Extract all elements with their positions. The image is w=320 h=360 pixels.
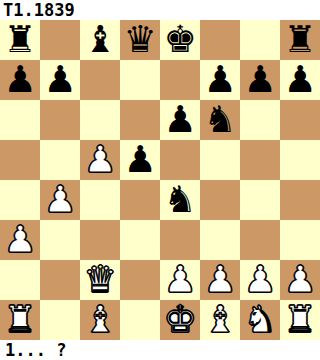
square-e4[interactable]: ♞ <box>160 180 200 220</box>
square-h2[interactable]: ♟ <box>280 260 320 300</box>
square-g2[interactable]: ♟ <box>240 260 280 300</box>
white-pawn: ♟ <box>243 260 276 300</box>
square-a6[interactable] <box>0 100 40 140</box>
square-d6[interactable] <box>120 100 160 140</box>
square-d4[interactable] <box>120 180 160 220</box>
square-a1[interactable]: ♜ <box>0 300 40 340</box>
square-d7[interactable] <box>120 60 160 100</box>
square-c8[interactable]: ♝ <box>80 20 120 60</box>
square-f7[interactable]: ♟ <box>200 60 240 100</box>
black-pawn: ♟ <box>43 60 76 100</box>
square-c7[interactable] <box>80 60 120 100</box>
square-a2[interactable] <box>0 260 40 300</box>
black-rook: ♜ <box>283 20 316 60</box>
square-a5[interactable] <box>0 140 40 180</box>
square-f3[interactable] <box>200 220 240 260</box>
white-rook: ♜ <box>3 300 36 340</box>
square-g5[interactable] <box>240 140 280 180</box>
square-d8[interactable]: ♛ <box>120 20 160 60</box>
black-pawn: ♟ <box>283 60 316 100</box>
square-f6[interactable]: ♞ <box>200 100 240 140</box>
black-king: ♚ <box>163 20 196 60</box>
square-c3[interactable] <box>80 220 120 260</box>
square-e2[interactable]: ♟ <box>160 260 200 300</box>
square-b3[interactable] <box>40 220 80 260</box>
square-d1[interactable] <box>120 300 160 340</box>
white-bishop: ♝ <box>83 300 116 340</box>
square-b1[interactable] <box>40 300 80 340</box>
puzzle-id: T1.1839 <box>0 0 320 20</box>
white-pawn: ♟ <box>203 260 236 300</box>
square-g7[interactable]: ♟ <box>240 60 280 100</box>
square-g1[interactable]: ♞ <box>240 300 280 340</box>
square-c6[interactable] <box>80 100 120 140</box>
black-pawn: ♟ <box>163 100 196 140</box>
square-h3[interactable] <box>280 220 320 260</box>
square-e7[interactable] <box>160 60 200 100</box>
square-d3[interactable] <box>120 220 160 260</box>
black-pawn: ♟ <box>203 60 236 100</box>
square-c5[interactable]: ♟ <box>80 140 120 180</box>
square-a3[interactable]: ♟ <box>0 220 40 260</box>
black-bishop: ♝ <box>83 20 116 60</box>
chess-puzzle-screen: T1.1839 ♜♝♛♚♜♟♟♟♟♟♟♞♟♟♟♞♟♛♟♟♟♟♜♝♚♝♞♜ 1..… <box>0 0 320 360</box>
square-c1[interactable]: ♝ <box>80 300 120 340</box>
square-f1[interactable]: ♝ <box>200 300 240 340</box>
square-f5[interactable] <box>200 140 240 180</box>
white-rook: ♜ <box>283 300 316 340</box>
square-b6[interactable] <box>40 100 80 140</box>
square-b7[interactable]: ♟ <box>40 60 80 100</box>
white-queen: ♛ <box>83 260 116 300</box>
white-pawn: ♟ <box>3 220 36 260</box>
square-d2[interactable] <box>120 260 160 300</box>
square-e1[interactable]: ♚ <box>160 300 200 340</box>
square-e5[interactable] <box>160 140 200 180</box>
square-b5[interactable] <box>40 140 80 180</box>
black-pawn: ♟ <box>3 60 36 100</box>
square-g4[interactable] <box>240 180 280 220</box>
white-pawn: ♟ <box>163 260 196 300</box>
square-h6[interactable] <box>280 100 320 140</box>
square-b2[interactable] <box>40 260 80 300</box>
square-b4[interactable]: ♟ <box>40 180 80 220</box>
square-h4[interactable] <box>280 180 320 220</box>
move-prompt: 1... ? <box>0 340 320 360</box>
white-pawn: ♟ <box>43 180 76 220</box>
square-h1[interactable]: ♜ <box>280 300 320 340</box>
square-h7[interactable]: ♟ <box>280 60 320 100</box>
white-pawn: ♟ <box>83 140 116 180</box>
square-g8[interactable] <box>240 20 280 60</box>
square-a7[interactable]: ♟ <box>0 60 40 100</box>
black-knight: ♞ <box>203 100 236 140</box>
square-c4[interactable] <box>80 180 120 220</box>
square-b8[interactable] <box>40 20 80 60</box>
square-f8[interactable] <box>200 20 240 60</box>
square-e3[interactable] <box>160 220 200 260</box>
square-h5[interactable] <box>280 140 320 180</box>
white-knight: ♞ <box>243 300 276 340</box>
square-g6[interactable] <box>240 100 280 140</box>
square-e6[interactable]: ♟ <box>160 100 200 140</box>
chess-board: ♜♝♛♚♜♟♟♟♟♟♟♞♟♟♟♞♟♛♟♟♟♟♜♝♚♝♞♜ <box>0 20 320 340</box>
square-g3[interactable] <box>240 220 280 260</box>
white-pawn: ♟ <box>283 260 316 300</box>
square-a4[interactable] <box>0 180 40 220</box>
square-h8[interactable]: ♜ <box>280 20 320 60</box>
black-pawn: ♟ <box>123 140 156 180</box>
black-pawn: ♟ <box>243 60 276 100</box>
square-f2[interactable]: ♟ <box>200 260 240 300</box>
black-knight: ♞ <box>163 180 196 220</box>
white-king: ♚ <box>163 300 196 340</box>
black-queen: ♛ <box>123 20 156 60</box>
square-a8[interactable]: ♜ <box>0 20 40 60</box>
square-f4[interactable] <box>200 180 240 220</box>
black-rook: ♜ <box>3 20 36 60</box>
square-d5[interactable]: ♟ <box>120 140 160 180</box>
square-e8[interactable]: ♚ <box>160 20 200 60</box>
square-c2[interactable]: ♛ <box>80 260 120 300</box>
white-bishop: ♝ <box>203 300 236 340</box>
